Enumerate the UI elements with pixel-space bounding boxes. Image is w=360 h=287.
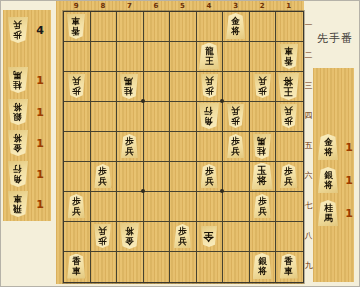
square-2-8[interactable] (250, 222, 277, 252)
piece-char: 歩 (14, 30, 23, 40)
piece-char: 桂 (125, 86, 134, 96)
square-8-3[interactable] (91, 72, 118, 102)
turn-indicator: 先手番 (312, 31, 358, 46)
piece-char: 車 (14, 194, 23, 204)
square-5-9[interactable] (170, 252, 197, 282)
square-5-3[interactable] (170, 72, 197, 102)
square-6-4[interactable] (144, 102, 171, 132)
square-1-7[interactable] (276, 192, 303, 222)
piece-char: 車 (72, 16, 81, 26)
piece-龍王-4-2-sente[interactable]: 龍王 (199, 43, 219, 70)
hand-sente-count-金将: 1 (342, 142, 356, 154)
piece-歩兵-1-6-sente[interactable]: 歩兵 (280, 164, 297, 188)
piece-歩兵-9-7-sente[interactable]: 歩兵 (68, 194, 85, 218)
piece-char: 行 (205, 106, 214, 116)
square-3-3[interactable] (223, 72, 250, 102)
square-5-1[interactable] (170, 12, 197, 42)
hand-sente-count-桂馬: 1 (342, 208, 356, 220)
piece-char: 車 (284, 266, 293, 276)
rank-label-3: 三 (304, 81, 313, 90)
square-3-8[interactable] (223, 222, 250, 252)
piece-char: 金 (324, 137, 333, 147)
square-7-6[interactable] (117, 162, 144, 192)
hand-sente-銀将[interactable]: 銀将 (318, 167, 338, 193)
piece-歩兵-7-5-sente[interactable]: 歩兵 (121, 134, 138, 158)
piece-char: 龍 (205, 46, 214, 56)
hand-gote-桂馬[interactable]: 桂馬 (8, 67, 28, 93)
square-4-5[interactable] (197, 132, 224, 162)
piece-char: 将 (14, 102, 23, 112)
piece-char: 銀 (258, 256, 267, 266)
square-9-6[interactable] (64, 162, 91, 192)
rank-label-6: 六 (304, 171, 313, 180)
piece-char: 兵 (284, 106, 293, 116)
piece-char: 歩 (72, 86, 81, 96)
square-1-1[interactable] (276, 12, 303, 42)
piece-char: 兵 (258, 206, 267, 216)
piece-char: 将 (14, 133, 23, 143)
piece-char: 車 (72, 266, 81, 276)
square-8-2[interactable] (91, 42, 118, 72)
square-4-1[interactable] (197, 12, 224, 42)
piece-char: 歩 (99, 166, 108, 176)
piece-char: 兵 (72, 206, 81, 216)
file-label-7: 7 (116, 2, 143, 10)
piece-char: 角 (14, 174, 23, 184)
piece-char: 将 (284, 76, 294, 86)
square-9-4[interactable] (64, 102, 91, 132)
rank-label-5: 五 (304, 141, 313, 150)
piece-char: 兵 (205, 176, 214, 186)
piece-char: 馬 (14, 70, 23, 80)
piece-char: 兵 (99, 226, 108, 236)
hand-gote-飛車[interactable]: 飛車 (8, 191, 28, 217)
piece-char: 香 (284, 56, 293, 66)
piece-char: 歩 (99, 236, 108, 246)
piece-char: 銀 (324, 170, 333, 180)
file-label-2: 2 (249, 2, 276, 10)
piece-銀将-2-9-sente[interactable]: 銀将 (253, 253, 272, 279)
piece-桂馬-7-3-gote[interactable]: 桂馬 (120, 74, 138, 99)
square-6-7[interactable] (144, 192, 171, 222)
hand-gote-歩兵[interactable]: 歩兵 (8, 17, 28, 43)
square-5-4[interactable] (170, 102, 197, 132)
square-6-2[interactable] (144, 42, 171, 72)
piece-char: 桂 (324, 203, 333, 213)
piece-char: 金 (125, 236, 134, 246)
rank-label-8: 八 (304, 231, 313, 240)
piece-char: 歩 (231, 136, 240, 146)
hand-gote-角行[interactable]: 角行 (8, 161, 28, 187)
piece-char: 歩 (284, 116, 293, 126)
file-label-8: 8 (90, 2, 117, 10)
piece-char: 桂 (14, 80, 23, 90)
piece-角行-4-4-gote[interactable]: 角行 (199, 103, 219, 129)
piece-char: 車 (284, 46, 293, 56)
piece-玉将-2-6-sente[interactable]: 玉将 (252, 163, 273, 190)
square-5-6[interactable] (170, 162, 197, 192)
piece-歩兵-2-7-sente[interactable]: 歩兵 (254, 194, 271, 218)
piece-char: 兵 (258, 76, 267, 86)
piece-歩兵-2-3-gote[interactable]: 歩兵 (254, 74, 271, 98)
hand-gote-count-飛車: 1 (33, 199, 47, 211)
piece-char: 角 (205, 116, 214, 126)
piece-char: 馬 (324, 213, 333, 223)
piece-歩兵-4-6-sente[interactable]: 歩兵 (201, 164, 218, 188)
square-1-8[interactable] (276, 222, 303, 252)
piece-香車-9-9-sente[interactable]: 香車 (67, 254, 85, 279)
rank-label-7: 七 (304, 201, 313, 210)
rank-label-4: 四 (304, 111, 313, 120)
piece-char: 歩 (125, 136, 134, 146)
file-label-5: 5 (169, 2, 196, 10)
piece-char: 歩 (178, 226, 187, 236)
piece-char: 飛 (14, 204, 23, 214)
square-8-1[interactable] (91, 12, 118, 42)
square-7-1[interactable] (117, 12, 144, 42)
shogi-app-window: 先手番 987654321一二三四五六七八九香車金将龍王香車歩兵桂馬歩兵歩兵王将… (0, 0, 360, 287)
star-point (141, 189, 145, 193)
piece-char: 歩 (258, 86, 267, 96)
piece-char: 将 (258, 266, 267, 276)
piece-歩兵-3-5-sente[interactable]: 歩兵 (227, 134, 244, 158)
square-5-5[interactable] (170, 132, 197, 162)
file-label-3: 3 (222, 2, 249, 10)
piece-歩兵-8-6-sente[interactable]: 歩兵 (94, 164, 111, 188)
piece-歩兵-9-3-gote[interactable]: 歩兵 (68, 74, 85, 98)
piece-char: 王 (284, 86, 294, 96)
piece-char: 歩 (205, 86, 214, 96)
piece-全-4-8-gote[interactable]: 全 (201, 226, 217, 247)
rank-label-1: 一 (304, 21, 313, 30)
square-2-1[interactable] (250, 12, 277, 42)
piece-char: 金 (231, 16, 240, 26)
piece-歩兵-1-4-gote[interactable]: 歩兵 (280, 104, 297, 128)
piece-char: 兵 (99, 176, 108, 186)
piece-char: 将 (125, 226, 134, 236)
piece-char: 将 (257, 176, 267, 186)
piece-char: 金 (14, 143, 23, 153)
piece-char: 行 (14, 164, 23, 174)
piece-char: 兵 (205, 76, 214, 86)
hand-gote-count-歩兵: 4 (33, 25, 47, 37)
file-label-6: 6 (143, 2, 170, 10)
hand-sente-金将[interactable]: 金将 (318, 134, 338, 160)
piece-桂馬-2-5-gote[interactable]: 桂馬 (253, 134, 271, 159)
square-8-9[interactable] (91, 252, 118, 282)
hand-gote-銀将[interactable]: 銀将 (8, 99, 28, 125)
square-3-2[interactable] (223, 42, 250, 72)
square-8-7[interactable] (91, 192, 118, 222)
piece-char: 兵 (231, 106, 240, 116)
square-3-9[interactable] (223, 252, 250, 282)
piece-char: 歩 (258, 196, 267, 206)
piece-char: 香 (284, 256, 293, 266)
piece-char: 全 (204, 230, 214, 242)
piece-char: 歩 (205, 166, 214, 176)
piece-王将-1-3-gote[interactable]: 王将 (278, 73, 299, 100)
square-5-2[interactable] (170, 42, 197, 72)
square-9-5[interactable] (64, 132, 91, 162)
square-7-4[interactable] (117, 102, 144, 132)
file-label-9: 9 (63, 2, 90, 10)
piece-char: 香 (72, 256, 81, 266)
square-9-8[interactable] (64, 222, 91, 252)
piece-char: 兵 (178, 236, 187, 246)
square-4-9[interactable] (197, 252, 224, 282)
piece-char: 歩 (72, 196, 81, 206)
piece-char: 兵 (125, 146, 134, 156)
rank-label-2: 二 (304, 51, 313, 60)
square-7-9[interactable] (117, 252, 144, 282)
rank-label-9: 九 (304, 261, 313, 270)
piece-char: 将 (231, 26, 240, 36)
piece-char: 将 (324, 180, 333, 190)
square-4-7[interactable] (197, 192, 224, 222)
hand-sente-桂馬[interactable]: 桂馬 (318, 200, 338, 226)
square-3-7[interactable] (223, 192, 250, 222)
piece-金将-7-8-gote[interactable]: 金将 (120, 223, 139, 249)
piece-歩兵-8-8-gote[interactable]: 歩兵 (94, 224, 111, 248)
piece-char: 銀 (14, 112, 23, 122)
piece-歩兵-3-4-gote[interactable]: 歩兵 (227, 104, 244, 128)
square-2-2[interactable] (250, 42, 277, 72)
piece-香車-9-1-gote[interactable]: 香車 (67, 14, 85, 39)
piece-金将-3-1-sente[interactable]: 金将 (226, 13, 245, 39)
hand-gote-count-銀将: 1 (33, 107, 47, 119)
piece-香車-1-9-sente[interactable]: 香車 (280, 254, 298, 279)
piece-char: 兵 (231, 146, 240, 156)
piece-char: 兵 (14, 20, 23, 30)
square-2-4[interactable] (250, 102, 277, 132)
star-point (141, 99, 145, 103)
hand-sente-count-銀将: 1 (342, 175, 356, 187)
hand-gote-金将[interactable]: 金将 (8, 130, 28, 156)
piece-歩兵-5-8-sente[interactable]: 歩兵 (174, 224, 191, 248)
piece-char: 兵 (72, 76, 81, 86)
hand-gote-count-金将: 1 (33, 138, 47, 150)
square-5-7[interactable] (170, 192, 197, 222)
square-6-8[interactable] (144, 222, 171, 252)
piece-char: 兵 (284, 176, 293, 186)
piece-香車-1-2-gote[interactable]: 香車 (280, 44, 298, 69)
square-6-6[interactable] (144, 162, 171, 192)
piece-char: 将 (324, 147, 333, 157)
piece-char: 歩 (231, 116, 240, 126)
hand-gote-count-角行: 1 (33, 169, 47, 181)
square-3-6[interactable] (223, 162, 250, 192)
square-9-2[interactable] (64, 42, 91, 72)
piece-char: 香 (72, 26, 81, 36)
hand-gote-count-桂馬: 1 (33, 75, 47, 87)
piece-char: 王 (205, 56, 214, 66)
file-label-1: 1 (275, 2, 302, 10)
piece-char: 馬 (125, 76, 134, 86)
square-6-9[interactable] (144, 252, 171, 282)
file-label-4: 4 (196, 2, 223, 10)
square-7-7[interactable] (117, 192, 144, 222)
square-8-5[interactable] (91, 132, 118, 162)
piece-char: 歩 (284, 166, 293, 176)
square-6-5[interactable] (144, 132, 171, 162)
square-7-2[interactable] (117, 42, 144, 72)
piece-char: 桂 (258, 146, 267, 156)
square-6-1[interactable] (144, 12, 171, 42)
piece-char: 馬 (258, 136, 267, 146)
square-1-5[interactable] (276, 132, 303, 162)
square-8-4[interactable] (91, 102, 118, 132)
square-6-3[interactable] (144, 72, 171, 102)
